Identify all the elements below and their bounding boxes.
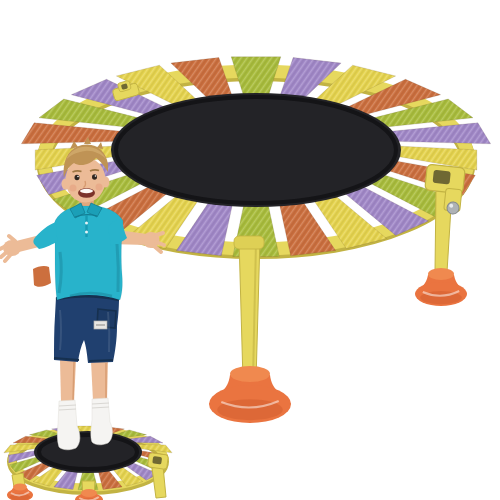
front-leg	[239, 238, 260, 381]
small-right-clamp	[147, 453, 168, 470]
teeth	[80, 189, 93, 193]
right-eye	[92, 174, 97, 180]
left-eye	[75, 175, 80, 181]
front-suction-foot	[209, 366, 291, 423]
boy-left-sock	[57, 400, 80, 450]
hanging-strap-tip	[33, 266, 51, 287]
small-trampoline	[4, 426, 172, 500]
shirt-button	[85, 222, 88, 225]
small-right-leg	[152, 466, 166, 498]
boy-polo-shirt	[54, 206, 123, 300]
front-leg-joint	[234, 236, 264, 249]
small-trampoline-mesh	[34, 431, 142, 473]
boy-right-sock	[91, 398, 113, 445]
large-trampoline-mesh	[111, 93, 401, 207]
left-sleeve	[33, 222, 58, 249]
small-left-foot	[7, 484, 33, 500]
shirt-button	[85, 231, 88, 234]
product-photo	[0, 0, 500, 500]
right-suction-foot	[415, 268, 467, 306]
scene-canvas	[0, 0, 500, 500]
